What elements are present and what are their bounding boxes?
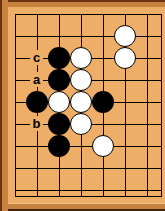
white-stone: [92, 135, 114, 157]
black-stone: [48, 69, 70, 91]
white-stone: [114, 47, 136, 69]
board-frame-top: [0, 0, 165, 7]
white-stone: [70, 47, 92, 69]
board-frame-left: [0, 0, 8, 211]
black-stone: [48, 47, 70, 69]
black-stone: [26, 91, 48, 113]
go-diagram: cab: [0, 0, 165, 211]
grid-line: [15, 14, 16, 197]
board-frame-bottom: [0, 203, 165, 211]
white-stone: [114, 25, 136, 47]
white-stone: [70, 91, 92, 113]
grid-line: [147, 14, 148, 197]
white-stone: [70, 69, 92, 91]
black-stone: [48, 135, 70, 157]
white-stone: [48, 91, 70, 113]
point-label-b: b: [30, 116, 43, 131]
black-stone: [92, 91, 114, 113]
point-label-c: c: [30, 50, 43, 65]
point-label-a: a: [30, 72, 43, 87]
white-stone: [70, 113, 92, 135]
black-stone: [48, 113, 70, 135]
grid-line: [161, 14, 162, 197]
